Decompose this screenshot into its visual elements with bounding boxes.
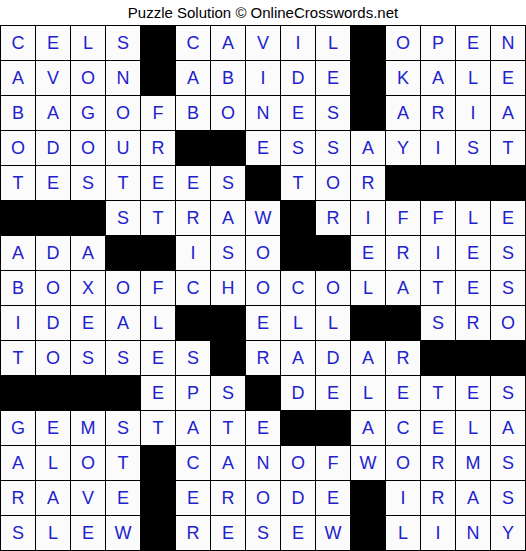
letter-cell: S <box>316 131 351 166</box>
letter-cell: A <box>386 96 421 131</box>
letter-cell: C <box>176 271 211 306</box>
block-cell <box>386 306 421 341</box>
letter-cell: L <box>456 201 491 236</box>
block-cell <box>141 61 176 96</box>
letter-cell: S <box>106 201 141 236</box>
letter-cell: E <box>141 341 176 376</box>
letter-cell: E <box>281 516 316 551</box>
letter-cell: D <box>281 61 316 96</box>
letter-cell: S <box>71 166 106 201</box>
letter-cell: E <box>456 26 491 61</box>
block-cell <box>351 96 386 131</box>
letter-cell: R <box>211 481 246 516</box>
letter-cell: V <box>246 26 281 61</box>
letter-cell: L <box>456 411 491 446</box>
letter-cell: S <box>176 341 211 376</box>
letter-cell: F <box>421 201 456 236</box>
letter-cell: L <box>456 61 491 96</box>
letter-cell: V <box>36 61 71 96</box>
letter-cell: R <box>386 341 421 376</box>
letter-cell: O <box>246 481 281 516</box>
letter-cell: E <box>176 166 211 201</box>
letter-cell: O <box>71 61 106 96</box>
letter-cell: S <box>491 236 526 271</box>
block-cell <box>421 341 456 376</box>
letter-cell: F <box>386 201 421 236</box>
letter-cell: P <box>421 26 456 61</box>
block-cell <box>1 376 36 411</box>
letter-cell: T <box>211 411 246 446</box>
letter-cell: I <box>281 26 316 61</box>
block-cell <box>106 376 141 411</box>
letter-cell: E <box>351 236 386 271</box>
letter-cell: N <box>106 61 141 96</box>
block-cell <box>106 236 141 271</box>
letter-cell: A <box>421 61 456 96</box>
letter-cell: D <box>316 341 351 376</box>
letter-cell: Y <box>386 131 421 166</box>
letter-cell: A <box>1 236 36 271</box>
letter-cell: O <box>246 236 281 271</box>
block-cell <box>386 166 421 201</box>
block-cell <box>246 376 281 411</box>
letter-cell: R <box>421 446 456 481</box>
letter-cell: T <box>141 411 176 446</box>
letter-cell: R <box>176 516 211 551</box>
letter-cell: C <box>176 26 211 61</box>
letter-cell: S <box>71 341 106 376</box>
letter-cell: A <box>456 481 491 516</box>
letter-cell: L <box>351 376 386 411</box>
letter-cell: D <box>36 306 71 341</box>
letter-cell: A <box>281 341 316 376</box>
letter-cell: L <box>316 26 351 61</box>
letter-cell: E <box>246 131 281 166</box>
letter-cell: L <box>71 26 106 61</box>
letter-cell: P <box>176 376 211 411</box>
letter-cell: S <box>106 26 141 61</box>
block-cell <box>316 236 351 271</box>
letter-cell: U <box>106 131 141 166</box>
letter-cell: S <box>211 236 246 271</box>
letter-cell: I <box>421 516 456 551</box>
letter-cell: T <box>1 341 36 376</box>
letter-cell: K <box>386 61 421 96</box>
letter-cell: D <box>36 236 71 271</box>
crossword-solution-page: Puzzle Solution © OnlineCrosswords.net C… <box>0 0 526 551</box>
letter-cell: R <box>316 201 351 236</box>
block-cell <box>456 341 491 376</box>
block-cell <box>36 376 71 411</box>
letter-cell: L <box>386 516 421 551</box>
letter-cell: L <box>36 516 71 551</box>
letter-cell: E <box>456 236 491 271</box>
block-cell <box>456 166 491 201</box>
letter-cell: R <box>421 481 456 516</box>
letter-cell: I <box>421 236 456 271</box>
block-cell <box>211 306 246 341</box>
block-cell <box>176 306 211 341</box>
letter-cell: E <box>491 61 526 96</box>
letter-cell: S <box>246 516 281 551</box>
letter-cell: O <box>211 96 246 131</box>
letter-cell: N <box>456 516 491 551</box>
block-cell <box>351 26 386 61</box>
letter-cell: A <box>351 411 386 446</box>
letter-cell: O <box>281 446 316 481</box>
letter-cell: V <box>71 481 106 516</box>
letter-cell: S <box>281 131 316 166</box>
letter-cell: A <box>386 271 421 306</box>
letter-cell: A <box>351 341 386 376</box>
block-cell <box>71 376 106 411</box>
letter-cell: A <box>211 201 246 236</box>
letter-cell: S <box>316 96 351 131</box>
letter-cell: E <box>141 166 176 201</box>
letter-cell: R <box>351 166 386 201</box>
letter-cell: E <box>246 411 281 446</box>
letter-cell: T <box>106 446 141 481</box>
letter-cell: O <box>71 131 106 166</box>
block-cell <box>351 516 386 551</box>
letter-cell: E <box>176 481 211 516</box>
block-cell <box>316 411 351 446</box>
letter-cell: I <box>386 481 421 516</box>
letter-cell: S <box>211 166 246 201</box>
block-cell <box>141 26 176 61</box>
letter-cell: O <box>1 131 36 166</box>
letter-cell: E <box>71 306 106 341</box>
block-cell <box>351 61 386 96</box>
letter-cell: C <box>1 26 36 61</box>
letter-cell: I <box>456 96 491 131</box>
letter-cell: R <box>421 96 456 131</box>
letter-cell: R <box>1 481 36 516</box>
letter-cell: O <box>36 271 71 306</box>
letter-cell: L <box>281 306 316 341</box>
letter-cell: I <box>1 306 36 341</box>
letter-cell: A <box>176 61 211 96</box>
block-cell <box>281 411 316 446</box>
block-cell <box>36 201 71 236</box>
letter-cell: S <box>421 306 456 341</box>
letter-cell: A <box>176 411 211 446</box>
letter-cell: R <box>141 131 176 166</box>
letter-cell: O <box>491 306 526 341</box>
letter-cell: E <box>106 481 141 516</box>
block-cell <box>491 166 526 201</box>
letter-cell: T <box>421 271 456 306</box>
letter-cell: S <box>491 271 526 306</box>
letter-cell: I <box>176 236 211 271</box>
letter-cell: L <box>36 446 71 481</box>
block-cell <box>281 201 316 236</box>
letter-cell: R <box>176 201 211 236</box>
letter-cell: N <box>246 96 281 131</box>
letter-cell: L <box>316 306 351 341</box>
letter-cell: S <box>106 341 141 376</box>
letter-cell: S <box>456 131 491 166</box>
letter-cell: I <box>246 61 281 96</box>
letter-cell: D <box>281 376 316 411</box>
letter-cell: I <box>421 131 456 166</box>
letter-cell: O <box>106 96 141 131</box>
crossword-grid: CELSCAVILOPENAVONABIDEKALEBAGOFBONESARIA… <box>0 25 526 551</box>
letter-cell: C <box>386 411 421 446</box>
letter-cell: A <box>1 446 36 481</box>
letter-cell: M <box>456 446 491 481</box>
letter-cell: E <box>246 306 281 341</box>
letter-cell: B <box>1 271 36 306</box>
letter-cell: O <box>71 446 106 481</box>
letter-cell: R <box>456 306 491 341</box>
block-cell <box>1 201 36 236</box>
block-cell <box>141 516 176 551</box>
letter-cell: E <box>36 26 71 61</box>
letter-cell: C <box>176 446 211 481</box>
letter-cell: E <box>141 376 176 411</box>
letter-cell: D <box>36 131 71 166</box>
letter-cell: L <box>351 271 386 306</box>
letter-cell: E <box>316 376 351 411</box>
letter-cell: I <box>351 201 386 236</box>
letter-cell: A <box>36 96 71 131</box>
letter-cell: S <box>106 411 141 446</box>
block-cell <box>141 236 176 271</box>
letter-cell: O <box>246 271 281 306</box>
page-title: Puzzle Solution © OnlineCrosswords.net <box>0 0 526 25</box>
letter-cell: E <box>386 376 421 411</box>
letter-cell: R <box>246 341 281 376</box>
letter-cell: A <box>71 236 106 271</box>
block-cell <box>491 341 526 376</box>
letter-cell: T <box>491 131 526 166</box>
letter-cell: A <box>211 446 246 481</box>
letter-cell: S <box>211 376 246 411</box>
letter-cell: G <box>1 411 36 446</box>
letter-cell: O <box>386 446 421 481</box>
block-cell <box>281 236 316 271</box>
letter-cell: S <box>491 376 526 411</box>
letter-cell: T <box>281 166 316 201</box>
letter-cell: N <box>491 26 526 61</box>
letter-cell: A <box>211 26 246 61</box>
letter-cell: D <box>281 481 316 516</box>
letter-cell: S <box>491 481 526 516</box>
letter-cell: A <box>36 481 71 516</box>
letter-cell: R <box>386 236 421 271</box>
letter-cell: E <box>36 411 71 446</box>
letter-cell: E <box>316 481 351 516</box>
letter-cell: C <box>281 271 316 306</box>
letter-cell: T <box>1 166 36 201</box>
letter-cell: E <box>281 96 316 131</box>
block-cell <box>351 306 386 341</box>
letter-cell: M <box>71 411 106 446</box>
block-cell <box>211 341 246 376</box>
letter-cell: S <box>1 516 36 551</box>
letter-cell: F <box>141 271 176 306</box>
block-cell <box>421 166 456 201</box>
letter-cell: A <box>491 411 526 446</box>
letter-cell: E <box>316 61 351 96</box>
letter-cell: W <box>106 516 141 551</box>
letter-cell: T <box>141 201 176 236</box>
block-cell <box>211 131 246 166</box>
letter-cell: B <box>211 61 246 96</box>
letter-cell: Y <box>491 516 526 551</box>
letter-cell: O <box>316 271 351 306</box>
letter-cell: T <box>421 376 456 411</box>
block-cell <box>351 481 386 516</box>
letter-cell: E <box>456 271 491 306</box>
letter-cell: E <box>456 376 491 411</box>
letter-cell: E <box>421 411 456 446</box>
letter-cell: X <box>71 271 106 306</box>
letter-cell: F <box>141 96 176 131</box>
letter-cell: E <box>491 201 526 236</box>
letter-cell: S <box>491 446 526 481</box>
letter-cell: T <box>106 166 141 201</box>
letter-cell: H <box>211 271 246 306</box>
block-cell <box>71 201 106 236</box>
letter-cell: A <box>106 306 141 341</box>
letter-cell: E <box>36 166 71 201</box>
letter-cell: E <box>71 516 106 551</box>
block-cell <box>176 131 211 166</box>
letter-cell: W <box>351 446 386 481</box>
block-cell <box>141 446 176 481</box>
letter-cell: W <box>246 201 281 236</box>
block-cell <box>246 166 281 201</box>
letter-cell: O <box>106 271 141 306</box>
letter-cell: L <box>141 306 176 341</box>
letter-cell: W <box>316 516 351 551</box>
block-cell <box>141 481 176 516</box>
letter-cell: O <box>36 341 71 376</box>
letter-cell: A <box>491 96 526 131</box>
letter-cell: O <box>386 26 421 61</box>
letter-cell: A <box>1 61 36 96</box>
letter-cell: N <box>246 446 281 481</box>
letter-cell: G <box>71 96 106 131</box>
letter-cell: F <box>316 446 351 481</box>
letter-cell: A <box>351 131 386 166</box>
letter-cell: B <box>176 96 211 131</box>
letter-cell: E <box>211 516 246 551</box>
letter-cell: O <box>316 166 351 201</box>
letter-cell: B <box>1 96 36 131</box>
